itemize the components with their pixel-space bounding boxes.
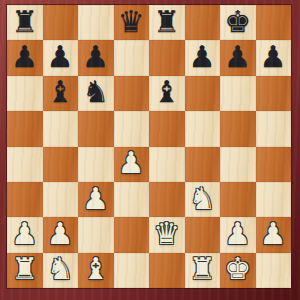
square-a3[interactable] <box>7 182 43 217</box>
square-e2[interactable]: ♛ <box>149 217 185 252</box>
square-f4[interactable] <box>185 147 221 182</box>
square-c7[interactable]: ♟ <box>78 40 114 75</box>
square-d7[interactable] <box>114 40 150 75</box>
black-bishop-e6[interactable]: ♝ <box>153 77 180 107</box>
black-pawn-g7[interactable]: ♟ <box>224 42 251 72</box>
square-b4[interactable] <box>43 147 79 182</box>
square-h6[interactable] <box>256 76 292 111</box>
square-d6[interactable] <box>114 76 150 111</box>
square-h8[interactable] <box>256 5 292 40</box>
square-g1[interactable]: ♚ <box>220 253 256 288</box>
white-queen-e2[interactable]: ♛ <box>153 219 180 249</box>
square-e7[interactable] <box>149 40 185 75</box>
black-pawn-f7[interactable]: ♟ <box>189 42 216 72</box>
square-f7[interactable]: ♟ <box>185 40 221 75</box>
square-c8[interactable] <box>78 5 114 40</box>
square-g6[interactable] <box>220 76 256 111</box>
white-pawn-h2[interactable]: ♟ <box>260 219 287 249</box>
square-a7[interactable]: ♟ <box>7 40 43 75</box>
square-f3[interactable]: ♞ <box>185 182 221 217</box>
square-d5[interactable] <box>114 111 150 146</box>
square-b5[interactable] <box>43 111 79 146</box>
square-d2[interactable] <box>114 217 150 252</box>
black-knight-c6[interactable]: ♞ <box>82 77 109 107</box>
square-b3[interactable] <box>43 182 79 217</box>
square-a2[interactable]: ♟ <box>7 217 43 252</box>
square-f6[interactable] <box>185 76 221 111</box>
square-e4[interactable] <box>149 147 185 182</box>
board-frame: ♜♛♜♚♟♟♟♟♟♟♝♞♝♟♟♞♟♟♛♟♟♜♞♝♜♚ <box>0 0 300 300</box>
square-g5[interactable] <box>220 111 256 146</box>
black-pawn-b7[interactable]: ♟ <box>47 42 74 72</box>
black-bishop-b6[interactable]: ♝ <box>47 77 74 107</box>
white-pawn-a2[interactable]: ♟ <box>11 219 38 249</box>
black-queen-d8[interactable]: ♛ <box>118 7 145 37</box>
square-g8[interactable]: ♚ <box>220 5 256 40</box>
square-h3[interactable] <box>256 182 292 217</box>
square-c6[interactable]: ♞ <box>78 76 114 111</box>
black-pawn-a7[interactable]: ♟ <box>11 42 38 72</box>
square-b8[interactable] <box>43 5 79 40</box>
square-b1[interactable]: ♞ <box>43 253 79 288</box>
square-e1[interactable] <box>149 253 185 288</box>
white-knight-b1[interactable]: ♞ <box>47 254 74 284</box>
black-king-g8[interactable]: ♚ <box>224 7 251 37</box>
square-c4[interactable] <box>78 147 114 182</box>
square-g2[interactable]: ♟ <box>220 217 256 252</box>
square-h5[interactable] <box>256 111 292 146</box>
square-a1[interactable]: ♜ <box>7 253 43 288</box>
square-h1[interactable] <box>256 253 292 288</box>
square-d1[interactable] <box>114 253 150 288</box>
square-c3[interactable]: ♟ <box>78 182 114 217</box>
square-g7[interactable]: ♟ <box>220 40 256 75</box>
black-pawn-c7[interactable]: ♟ <box>82 42 109 72</box>
square-h4[interactable] <box>256 147 292 182</box>
square-a5[interactable] <box>7 111 43 146</box>
square-c5[interactable] <box>78 111 114 146</box>
black-pawn-h7[interactable]: ♟ <box>260 42 287 72</box>
white-knight-f3[interactable]: ♞ <box>189 184 216 214</box>
white-king-g1[interactable]: ♚ <box>224 254 251 284</box>
white-rook-f1[interactable]: ♜ <box>189 254 216 284</box>
square-c2[interactable] <box>78 217 114 252</box>
square-f8[interactable] <box>185 5 221 40</box>
square-f2[interactable] <box>185 217 221 252</box>
white-pawn-b2[interactable]: ♟ <box>47 219 74 249</box>
square-f1[interactable]: ♜ <box>185 253 221 288</box>
white-rook-a1[interactable]: ♜ <box>11 254 38 284</box>
square-d8[interactable]: ♛ <box>114 5 150 40</box>
square-e3[interactable] <box>149 182 185 217</box>
black-rook-a8[interactable]: ♜ <box>11 7 38 37</box>
black-rook-e8[interactable]: ♜ <box>153 7 180 37</box>
square-e5[interactable] <box>149 111 185 146</box>
square-c1[interactable]: ♝ <box>78 253 114 288</box>
square-h2[interactable]: ♟ <box>256 217 292 252</box>
square-b2[interactable]: ♟ <box>43 217 79 252</box>
square-d4[interactable]: ♟ <box>114 147 150 182</box>
square-e8[interactable]: ♜ <box>149 5 185 40</box>
white-pawn-d4[interactable]: ♟ <box>118 148 145 178</box>
white-bishop-c1[interactable]: ♝ <box>82 254 109 284</box>
square-a4[interactable] <box>7 147 43 182</box>
square-f5[interactable] <box>185 111 221 146</box>
square-e6[interactable]: ♝ <box>149 76 185 111</box>
square-d3[interactable] <box>114 182 150 217</box>
white-pawn-g2[interactable]: ♟ <box>224 219 251 249</box>
square-g3[interactable] <box>220 182 256 217</box>
square-b7[interactable]: ♟ <box>43 40 79 75</box>
square-a8[interactable]: ♜ <box>7 5 43 40</box>
square-b6[interactable]: ♝ <box>43 76 79 111</box>
square-h7[interactable]: ♟ <box>256 40 292 75</box>
square-a6[interactable] <box>7 76 43 111</box>
chess-board: ♜♛♜♚♟♟♟♟♟♟♝♞♝♟♟♞♟♟♛♟♟♜♞♝♜♚ <box>7 5 291 288</box>
square-g4[interactable] <box>220 147 256 182</box>
white-pawn-c3[interactable]: ♟ <box>82 184 109 214</box>
